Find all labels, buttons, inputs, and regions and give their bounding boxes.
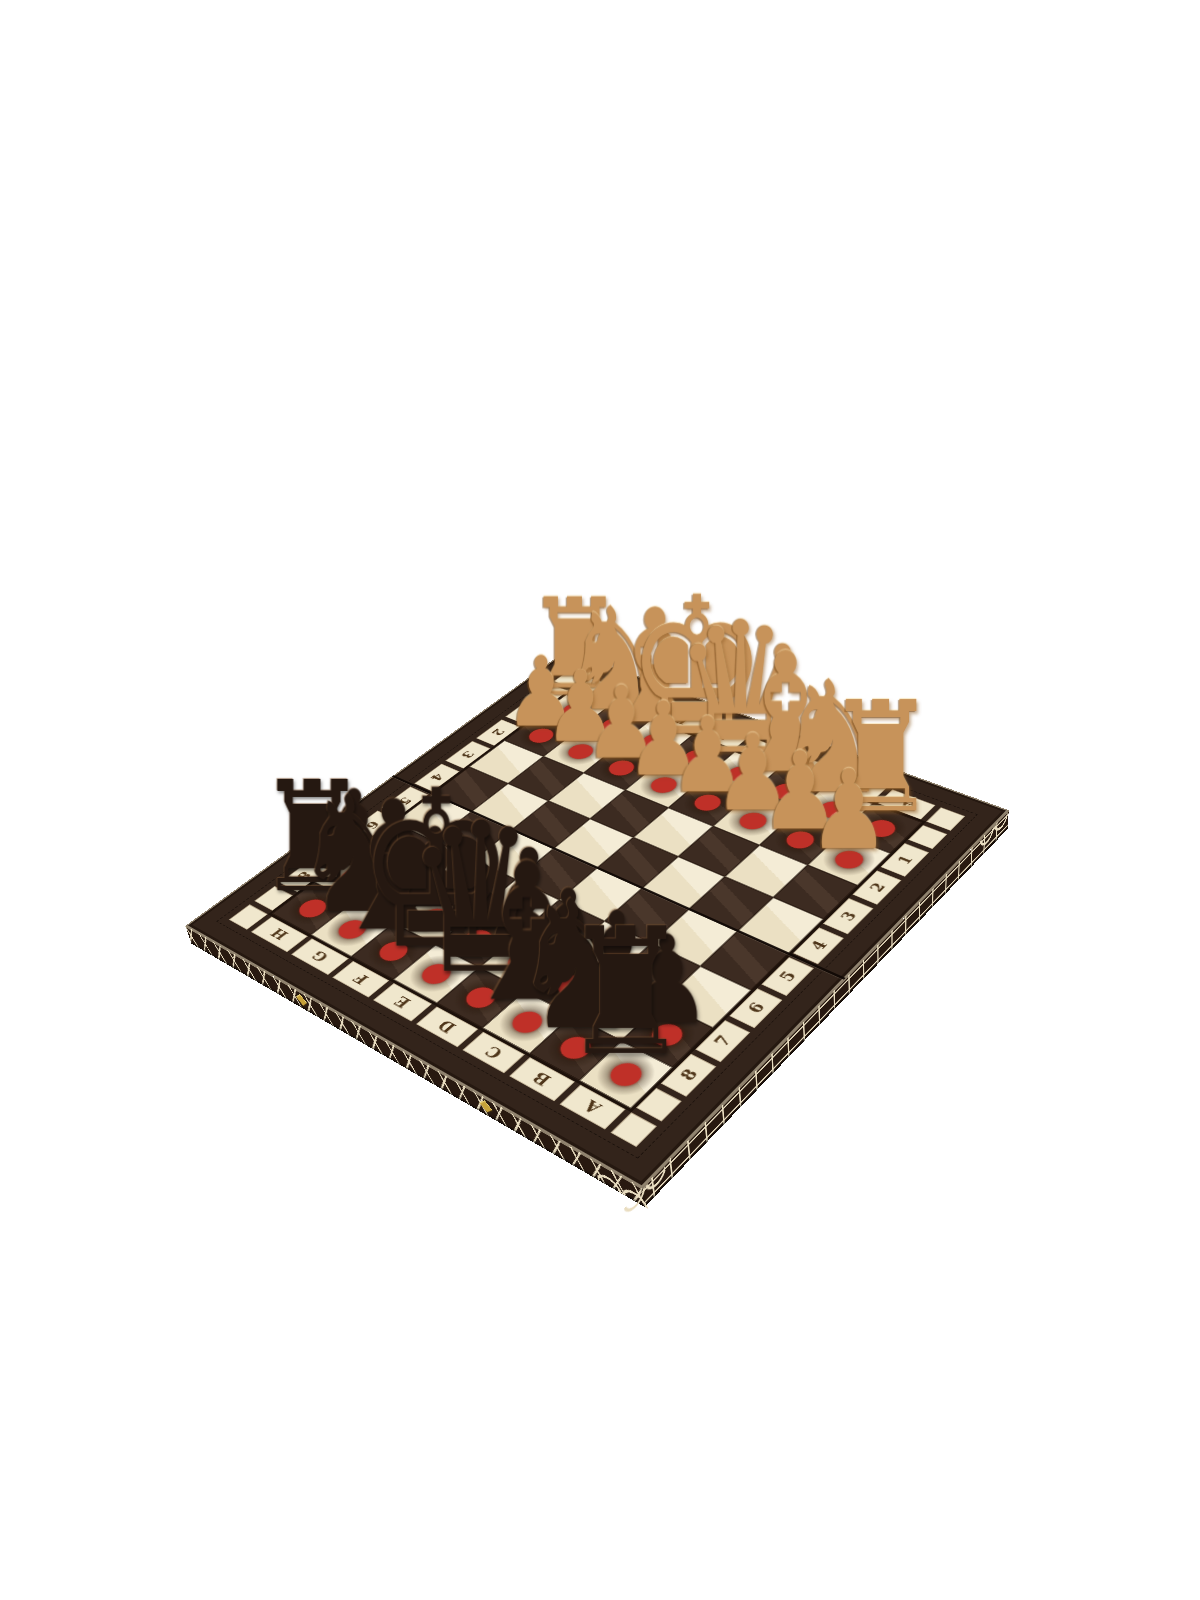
brass-clasp-icon (479, 1100, 492, 1112)
chess-board: HGFEDCBA HGFEDCBA 12345678 12345678 ♜♞♝♚… (185, 650, 1008, 1188)
board-top-surface: HGFEDCBA HGFEDCBA 12345678 12345678 ♜♞♝♚… (185, 650, 1008, 1188)
piece-black-rook[interactable]: ♜ (522, 906, 730, 1081)
brass-clasp-icon (296, 994, 307, 1006)
product-photo-page: { "game": "chess", "position": { "fen": … (0, 0, 1200, 1600)
square-a2[interactable]: ♟ (808, 834, 891, 886)
piece-white-pawn[interactable]: ♟ (757, 755, 941, 865)
